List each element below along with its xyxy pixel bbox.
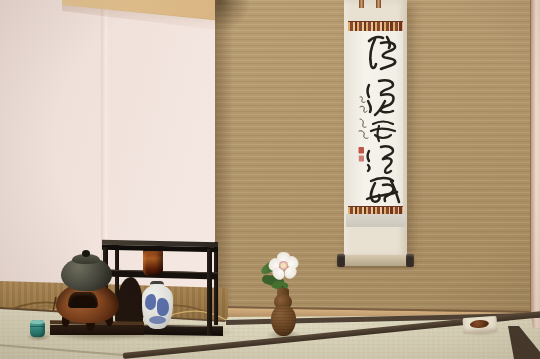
scroll-roller-knob-left — [337, 254, 345, 267]
scroll-roller-knob-right — [406, 254, 414, 267]
scroll-roller — [337, 255, 414, 266]
teal-container-groove — [30, 326, 45, 327]
scroll-seal — [359, 147, 365, 154]
scroll-seal — [359, 156, 364, 162]
flower-center — [279, 261, 288, 270]
jar-blue-motif — [149, 316, 166, 324]
teal-container-lid — [30, 320, 45, 324]
stand-post — [207, 249, 212, 335]
scroll-lower-mount — [346, 214, 405, 227]
brazier-fire-window — [68, 292, 98, 308]
tea-room-photo: 鑊湯無冷處 大徳書堂 — [0, 0, 540, 359]
kettle-lid-knob — [82, 250, 90, 257]
stand-post — [214, 242, 218, 325]
scroll-mount: 鑊湯無冷處 大徳書堂 — [344, 0, 407, 257]
jar-blue-motif — [157, 298, 169, 316]
scroll-futai-ribbon — [376, 0, 381, 8]
incense-piece — [470, 319, 490, 328]
scroll-futai-ribbon — [359, 0, 364, 8]
flower-arrangement — [254, 247, 306, 339]
hanging-scroll: 鑊湯無冷處 大徳書堂 — [337, 0, 417, 270]
teal-container — [30, 320, 45, 337]
scroll-calligraphy — [355, 31, 408, 207]
back-wall-top-shadow — [215, 0, 249, 30]
right-pillar — [530, 0, 540, 331]
vase-lower-bulb — [271, 305, 296, 336]
paper-dish — [462, 316, 497, 334]
side-wall-corner-crease — [101, 0, 109, 274]
kettle-and-brazier — [48, 250, 148, 340]
